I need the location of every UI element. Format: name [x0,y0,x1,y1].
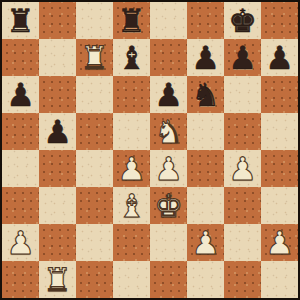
square-c7[interactable]: ♜ [76,39,113,76]
square-e6[interactable]: ♟ [150,76,187,113]
square-d3[interactable]: ♝ [113,187,150,224]
square-b3[interactable] [39,187,76,224]
square-g1[interactable] [224,261,261,298]
piece-white-rook[interactable]: ♜ [43,264,72,296]
piece-black-pawn[interactable]: ♟ [265,42,294,74]
piece-black-pawn[interactable]: ♟ [6,79,35,111]
square-h4[interactable] [261,150,298,187]
square-g7[interactable]: ♟ [224,39,261,76]
square-f7[interactable]: ♟ [187,39,224,76]
chess-board: ♜♜♚♜♝♟♟♟♟♟♞♟♞♟♟♟♝♚♟♟♟♜ [0,0,300,300]
piece-black-pawn[interactable]: ♟ [154,79,183,111]
square-f5[interactable] [187,113,224,150]
square-d2[interactable] [113,224,150,261]
square-c3[interactable] [76,187,113,224]
square-c1[interactable] [76,261,113,298]
square-b5[interactable]: ♟ [39,113,76,150]
piece-white-king[interactable]: ♚ [154,190,183,222]
square-g5[interactable] [224,113,261,150]
square-f3[interactable] [187,187,224,224]
piece-black-bishop[interactable]: ♝ [117,42,146,74]
square-h7[interactable]: ♟ [261,39,298,76]
square-g3[interactable] [224,187,261,224]
square-a3[interactable] [2,187,39,224]
piece-white-knight[interactable]: ♞ [154,116,183,148]
square-e3[interactable]: ♚ [150,187,187,224]
square-e2[interactable] [150,224,187,261]
piece-white-pawn[interactable]: ♟ [6,227,35,259]
square-a5[interactable] [2,113,39,150]
square-d5[interactable] [113,113,150,150]
square-c8[interactable] [76,2,113,39]
square-f1[interactable] [187,261,224,298]
piece-white-bishop[interactable]: ♝ [117,190,146,222]
square-b6[interactable] [39,76,76,113]
square-f6[interactable]: ♞ [187,76,224,113]
square-a8[interactable]: ♜ [2,2,39,39]
square-g4[interactable]: ♟ [224,150,261,187]
piece-white-pawn[interactable]: ♟ [228,153,257,185]
square-h6[interactable] [261,76,298,113]
square-a4[interactable] [2,150,39,187]
square-b2[interactable] [39,224,76,261]
square-h5[interactable] [261,113,298,150]
square-h1[interactable] [261,261,298,298]
piece-black-king[interactable]: ♚ [228,5,257,37]
piece-black-rook[interactable]: ♜ [6,5,35,37]
square-g2[interactable] [224,224,261,261]
square-e4[interactable]: ♟ [150,150,187,187]
square-b8[interactable] [39,2,76,39]
square-b1[interactable]: ♜ [39,261,76,298]
piece-black-knight[interactable]: ♞ [191,79,220,111]
piece-white-rook[interactable]: ♜ [80,42,109,74]
square-e7[interactable] [150,39,187,76]
square-e8[interactable] [150,2,187,39]
square-h2[interactable]: ♟ [261,224,298,261]
square-d4[interactable]: ♟ [113,150,150,187]
square-g6[interactable] [224,76,261,113]
square-h8[interactable] [261,2,298,39]
piece-white-pawn[interactable]: ♟ [154,153,183,185]
square-d7[interactable]: ♝ [113,39,150,76]
piece-white-pawn[interactable]: ♟ [117,153,146,185]
square-g8[interactable]: ♚ [224,2,261,39]
piece-black-pawn[interactable]: ♟ [191,42,220,74]
square-e1[interactable] [150,261,187,298]
piece-black-pawn[interactable]: ♟ [228,42,257,74]
square-e5[interactable]: ♞ [150,113,187,150]
square-f2[interactable]: ♟ [187,224,224,261]
square-f8[interactable] [187,2,224,39]
square-c2[interactable] [76,224,113,261]
square-h3[interactable] [261,187,298,224]
square-b4[interactable] [39,150,76,187]
piece-white-pawn[interactable]: ♟ [191,227,220,259]
square-c4[interactable] [76,150,113,187]
square-a7[interactable] [2,39,39,76]
square-d8[interactable]: ♜ [113,2,150,39]
square-c6[interactable] [76,76,113,113]
square-a6[interactable]: ♟ [2,76,39,113]
square-d6[interactable] [113,76,150,113]
piece-black-rook[interactable]: ♜ [117,5,146,37]
piece-white-pawn[interactable]: ♟ [265,227,294,259]
square-b7[interactable] [39,39,76,76]
square-f4[interactable] [187,150,224,187]
square-a1[interactable] [2,261,39,298]
square-d1[interactable] [113,261,150,298]
piece-black-pawn[interactable]: ♟ [43,116,72,148]
square-a2[interactable]: ♟ [2,224,39,261]
square-c5[interactable] [76,113,113,150]
